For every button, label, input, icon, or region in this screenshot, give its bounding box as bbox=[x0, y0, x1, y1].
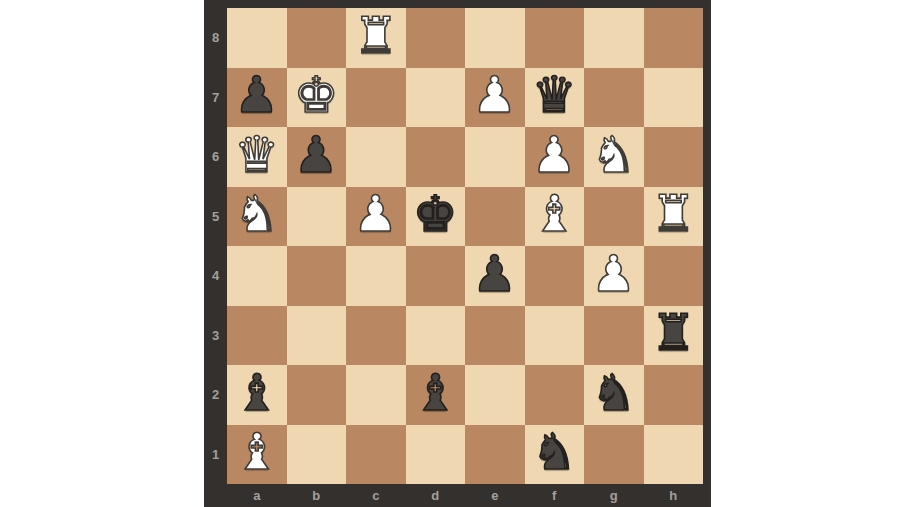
square-b4[interactable] bbox=[287, 246, 347, 306]
square-d5[interactable]: ♚ bbox=[406, 187, 466, 247]
file-label-h: h bbox=[644, 484, 704, 507]
square-f4[interactable] bbox=[525, 246, 585, 306]
file-labels: abcdefgh bbox=[227, 484, 703, 507]
square-d7[interactable] bbox=[406, 68, 466, 128]
square-d3[interactable] bbox=[406, 306, 466, 366]
square-b8[interactable] bbox=[287, 8, 347, 68]
square-f6[interactable]: ♟ bbox=[525, 127, 585, 187]
square-b3[interactable] bbox=[287, 306, 347, 366]
square-g8[interactable] bbox=[584, 8, 644, 68]
piece-black-bishop[interactable]: ♝ bbox=[413, 368, 458, 418]
rank-label-3: 3 bbox=[204, 306, 227, 366]
piece-black-rook[interactable]: ♜ bbox=[651, 308, 696, 358]
square-e6[interactable] bbox=[465, 127, 525, 187]
piece-white-rook[interactable]: ♜ bbox=[353, 11, 398, 61]
square-c4[interactable] bbox=[346, 246, 406, 306]
chessboard[interactable]: ♜♟♚♟♛♛♟♟♞♞♟♚♝♜♟♟♜♝♝♞♝♞ bbox=[227, 8, 703, 484]
piece-white-king[interactable]: ♚ bbox=[294, 70, 339, 120]
file-label-c: c bbox=[346, 484, 406, 507]
file-label-b: b bbox=[287, 484, 347, 507]
square-d1[interactable] bbox=[406, 425, 466, 485]
square-g1[interactable] bbox=[584, 425, 644, 485]
square-h4[interactable] bbox=[644, 246, 704, 306]
square-g2[interactable]: ♞ bbox=[584, 365, 644, 425]
square-a1[interactable]: ♝ bbox=[227, 425, 287, 485]
square-g3[interactable] bbox=[584, 306, 644, 366]
piece-black-knight[interactable]: ♞ bbox=[591, 368, 636, 418]
chessboard-panel: 87654321 ♜♟♚♟♛♛♟♟♞♞♟♚♝♜♟♟♜♝♝♞♝♞ abcdefgh bbox=[204, 0, 711, 507]
piece-white-pawn[interactable]: ♟ bbox=[353, 189, 398, 239]
square-a3[interactable] bbox=[227, 306, 287, 366]
file-label-d: d bbox=[406, 484, 466, 507]
square-f3[interactable] bbox=[525, 306, 585, 366]
square-d2[interactable]: ♝ bbox=[406, 365, 466, 425]
square-e4[interactable]: ♟ bbox=[465, 246, 525, 306]
rank-label-1: 1 bbox=[204, 425, 227, 485]
square-d6[interactable] bbox=[406, 127, 466, 187]
file-label-f: f bbox=[525, 484, 585, 507]
piece-white-queen[interactable]: ♛ bbox=[234, 130, 279, 180]
square-a2[interactable]: ♝ bbox=[227, 365, 287, 425]
square-e5[interactable] bbox=[465, 187, 525, 247]
square-g7[interactable] bbox=[584, 68, 644, 128]
piece-black-bishop[interactable]: ♝ bbox=[234, 368, 279, 418]
square-f2[interactable] bbox=[525, 365, 585, 425]
square-a8[interactable] bbox=[227, 8, 287, 68]
piece-black-king[interactable]: ♚ bbox=[413, 189, 458, 239]
square-b1[interactable] bbox=[287, 425, 347, 485]
square-h7[interactable] bbox=[644, 68, 704, 128]
square-d4[interactable] bbox=[406, 246, 466, 306]
square-f7[interactable]: ♛ bbox=[525, 68, 585, 128]
square-c3[interactable] bbox=[346, 306, 406, 366]
piece-black-pawn[interactable]: ♟ bbox=[472, 249, 517, 299]
piece-black-knight[interactable]: ♞ bbox=[532, 427, 577, 477]
piece-white-pawn[interactable]: ♟ bbox=[532, 130, 577, 180]
square-e2[interactable] bbox=[465, 365, 525, 425]
rank-label-7: 7 bbox=[204, 68, 227, 128]
square-c7[interactable] bbox=[346, 68, 406, 128]
square-d8[interactable] bbox=[406, 8, 466, 68]
square-c2[interactable] bbox=[346, 365, 406, 425]
piece-white-pawn[interactable]: ♟ bbox=[472, 70, 517, 120]
square-c8[interactable]: ♜ bbox=[346, 8, 406, 68]
square-f5[interactable]: ♝ bbox=[525, 187, 585, 247]
square-h5[interactable]: ♜ bbox=[644, 187, 704, 247]
square-c5[interactable]: ♟ bbox=[346, 187, 406, 247]
rank-label-4: 4 bbox=[204, 246, 227, 306]
file-label-g: g bbox=[584, 484, 644, 507]
square-a4[interactable] bbox=[227, 246, 287, 306]
square-f1[interactable]: ♞ bbox=[525, 425, 585, 485]
rank-label-6: 6 bbox=[204, 127, 227, 187]
square-g4[interactable]: ♟ bbox=[584, 246, 644, 306]
square-g5[interactable] bbox=[584, 187, 644, 247]
piece-black-pawn[interactable]: ♟ bbox=[234, 70, 279, 120]
piece-white-pawn[interactable]: ♟ bbox=[591, 249, 636, 299]
square-h2[interactable] bbox=[644, 365, 704, 425]
square-e8[interactable] bbox=[465, 8, 525, 68]
square-g6[interactable]: ♞ bbox=[584, 127, 644, 187]
square-c1[interactable] bbox=[346, 425, 406, 485]
file-label-a: a bbox=[227, 484, 287, 507]
file-label-e: e bbox=[465, 484, 525, 507]
square-c6[interactable] bbox=[346, 127, 406, 187]
piece-white-rook[interactable]: ♜ bbox=[651, 189, 696, 239]
square-b7[interactable]: ♚ bbox=[287, 68, 347, 128]
piece-white-bishop[interactable]: ♝ bbox=[532, 189, 577, 239]
square-b5[interactable] bbox=[287, 187, 347, 247]
rank-label-8: 8 bbox=[204, 8, 227, 68]
piece-white-bishop[interactable]: ♝ bbox=[234, 427, 279, 477]
square-e3[interactable] bbox=[465, 306, 525, 366]
piece-black-queen[interactable]: ♛ bbox=[532, 70, 577, 120]
square-h6[interactable] bbox=[644, 127, 704, 187]
square-f8[interactable] bbox=[525, 8, 585, 68]
square-h1[interactable] bbox=[644, 425, 704, 485]
piece-white-knight[interactable]: ♞ bbox=[234, 189, 279, 239]
square-b2[interactable] bbox=[287, 365, 347, 425]
square-b6[interactable]: ♟ bbox=[287, 127, 347, 187]
square-e7[interactable]: ♟ bbox=[465, 68, 525, 128]
square-h8[interactable] bbox=[644, 8, 704, 68]
piece-white-knight[interactable]: ♞ bbox=[591, 130, 636, 180]
piece-black-pawn[interactable]: ♟ bbox=[294, 130, 339, 180]
square-e1[interactable] bbox=[465, 425, 525, 485]
page: 87654321 ♜♟♚♟♛♛♟♟♞♞♟♚♝♜♟♟♜♝♝♞♝♞ abcdefgh bbox=[0, 0, 915, 507]
rank-label-5: 5 bbox=[204, 187, 227, 247]
square-a7[interactable]: ♟ bbox=[227, 68, 287, 128]
rank-labels: 87654321 bbox=[204, 8, 227, 484]
square-a6[interactable]: ♛ bbox=[227, 127, 287, 187]
rank-label-2: 2 bbox=[204, 365, 227, 425]
square-h3[interactable]: ♜ bbox=[644, 306, 704, 366]
square-a5[interactable]: ♞ bbox=[227, 187, 287, 247]
